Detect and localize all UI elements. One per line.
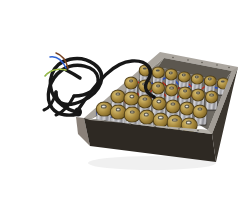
module-center-lens: [183, 89, 187, 92]
module-brass-cap: [204, 75, 217, 87]
module-grid: [40, 16, 240, 214]
module-brass-cap: [165, 84, 179, 97]
module-center-lens: [182, 74, 186, 77]
module-brass-cap: [217, 77, 230, 89]
module-center-lens: [172, 118, 178, 122]
module-center-lens: [129, 95, 134, 98]
module-brass-cap: [181, 118, 198, 133]
module-center-lens: [142, 82, 146, 85]
module-center-lens: [169, 71, 173, 74]
module-brass-cap: [165, 69, 178, 81]
emitter-module: [217, 77, 230, 96]
module-brass-cap: [178, 86, 192, 99]
module-center-lens: [115, 108, 121, 112]
module-center-lens: [156, 69, 160, 72]
module-center-lens: [184, 105, 189, 108]
module-brass-cap: [138, 79, 152, 92]
module-center-lens: [130, 110, 136, 114]
module-center-lens: [198, 107, 203, 110]
module-brass-cap: [191, 88, 205, 101]
module-center-lens: [186, 121, 192, 125]
module-center-lens: [208, 78, 212, 81]
module-center-lens: [221, 80, 225, 83]
module-center-lens: [169, 87, 173, 90]
module-center-lens: [115, 92, 120, 95]
module-brass-cap: [205, 91, 219, 104]
module-center-lens: [143, 67, 147, 70]
module-brass-cap: [191, 73, 204, 85]
module-brass-cap: [152, 67, 165, 79]
emitter-module: [181, 118, 198, 143]
module-brass-cap: [139, 64, 152, 76]
module-center-lens: [143, 97, 148, 100]
module-center-lens: [209, 94, 213, 97]
module-center-lens: [196, 91, 200, 94]
module-center-lens: [156, 84, 160, 87]
module-brass-cap: [124, 77, 138, 90]
module-center-lens: [158, 116, 164, 120]
module-center-lens: [129, 80, 133, 83]
module-center-lens: [101, 105, 107, 109]
module-center-lens: [170, 102, 175, 105]
module-brass-cap: [178, 71, 191, 83]
module-center-lens: [195, 76, 199, 79]
module-center-lens: [157, 100, 162, 103]
product-photo: [40, 16, 240, 214]
module-brass-cap: [151, 81, 165, 94]
module-center-lens: [144, 113, 150, 117]
